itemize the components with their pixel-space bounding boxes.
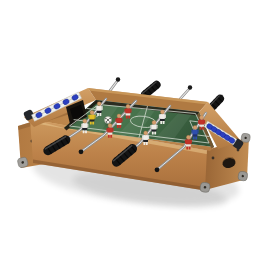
corner-protector	[200, 182, 211, 193]
corner-protector	[241, 133, 251, 143]
rod-2-end-cap	[79, 149, 84, 154]
product-photo: product photo of a wooden mini tabletop …	[0, 0, 280, 280]
rod-3-back-end	[180, 85, 192, 99]
rod-4-end-cap	[155, 167, 160, 172]
screw	[212, 157, 215, 160]
rod-3-end-cap	[188, 85, 192, 89]
rod-1-end-cap	[116, 77, 120, 81]
corner-protector	[238, 171, 248, 181]
rod-1-back-end	[110, 77, 120, 90]
foosball-table-illustration	[0, 0, 280, 280]
